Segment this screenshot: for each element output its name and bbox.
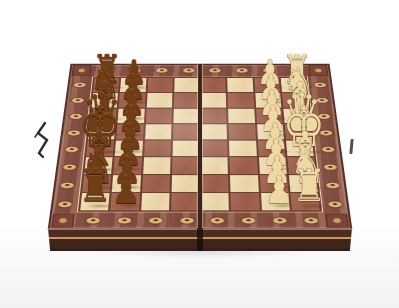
square-a6[interactable] [90,108,117,123]
corner-motif [72,65,92,75]
square-c4[interactable] [144,141,171,157]
chess-set-photo: ♜♟♟♜♞♟♟♞♝♟♟♝♛♟♟♛♚♟♟♚♝♟♟♝♞♟♟♞♜♟♟♜ [0,0,399,308]
border-medallion [319,130,333,135]
square-b2[interactable] [112,175,141,192]
square-b5[interactable] [116,124,143,139]
square-d5[interactable] [173,124,199,139]
square-a8[interactable] [93,78,119,92]
square-d4[interactable] [172,141,199,157]
square-e6[interactable] [201,108,227,123]
square-g3[interactable] [258,157,286,173]
square-h5[interactable] [284,124,312,139]
square-d7[interactable] [174,93,199,107]
square-h4[interactable] [286,141,314,157]
border-medallion [263,68,275,73]
square-h1[interactable] [290,193,320,210]
square-b6[interactable] [118,108,145,123]
corner-motif [51,214,74,228]
border-medallion [317,114,330,119]
square-e1[interactable] [201,193,229,210]
square-a2[interactable] [82,175,111,192]
square-e5[interactable] [201,124,227,139]
square-a5[interactable] [88,124,116,139]
corner-motif [325,214,348,228]
clasp-icon[interactable] [33,121,53,159]
board-front-edge [48,228,352,251]
square-b4[interactable] [115,141,143,157]
square-b8[interactable] [120,78,146,92]
square-a7[interactable] [92,93,119,107]
square-c1[interactable] [141,193,170,210]
square-a4[interactable] [86,141,114,157]
square-c5[interactable] [145,124,172,139]
square-h2[interactable] [289,175,318,192]
square-a3[interactable] [84,157,112,173]
square-f1[interactable] [231,193,260,210]
square-d2[interactable] [171,175,199,192]
square-d8[interactable] [174,78,199,92]
border-medallion [328,201,343,207]
board-fold-seam [197,64,204,230]
square-e4[interactable] [201,141,228,157]
corner-motif [308,65,328,75]
square-h8[interactable] [281,78,307,92]
border-medallion [289,68,302,73]
clasp-icon[interactable] [349,139,353,154]
square-g4[interactable] [258,141,286,157]
square-g8[interactable] [254,78,280,92]
square-d3[interactable] [172,157,199,173]
square-g1[interactable] [260,193,289,210]
border-medallion [314,83,327,88]
square-f8[interactable] [227,78,252,92]
square-a1[interactable] [80,193,110,210]
square-b1[interactable] [110,193,139,210]
border-medallion [323,164,337,170]
border-medallion [303,217,318,223]
border-medallion [211,217,225,223]
border-medallion [242,217,256,223]
chess-board-top-face [48,64,353,230]
square-c8[interactable] [147,78,172,92]
square-h6[interactable] [283,108,310,123]
square-e2[interactable] [201,175,229,192]
square-f6[interactable] [228,108,254,123]
square-e7[interactable] [201,93,226,107]
square-d1[interactable] [171,193,199,210]
square-b7[interactable] [119,93,145,107]
border-medallion [321,147,335,152]
square-c2[interactable] [142,175,170,192]
square-f3[interactable] [230,157,258,173]
border-medallion [316,98,329,103]
square-f5[interactable] [229,124,256,139]
square-c7[interactable] [146,93,172,107]
square-c3[interactable] [143,157,171,173]
square-e3[interactable] [201,157,228,173]
square-h3[interactable] [287,157,315,173]
square-g6[interactable] [256,108,283,123]
square-b3[interactable] [113,157,141,173]
border-medallion [273,217,287,223]
square-g7[interactable] [255,93,281,107]
square-d6[interactable] [173,108,199,123]
square-f7[interactable] [228,93,254,107]
square-f2[interactable] [230,175,258,192]
border-medallion [182,68,194,73]
border-medallion [326,182,340,188]
square-h7[interactable] [282,93,309,107]
square-g2[interactable] [259,175,288,192]
square-e8[interactable] [201,78,226,92]
border-medallion [209,68,221,73]
border-medallion [236,68,248,73]
square-f4[interactable] [229,141,256,157]
square-c6[interactable] [145,108,171,123]
border-medallion [180,217,194,223]
square-g5[interactable] [257,124,284,139]
